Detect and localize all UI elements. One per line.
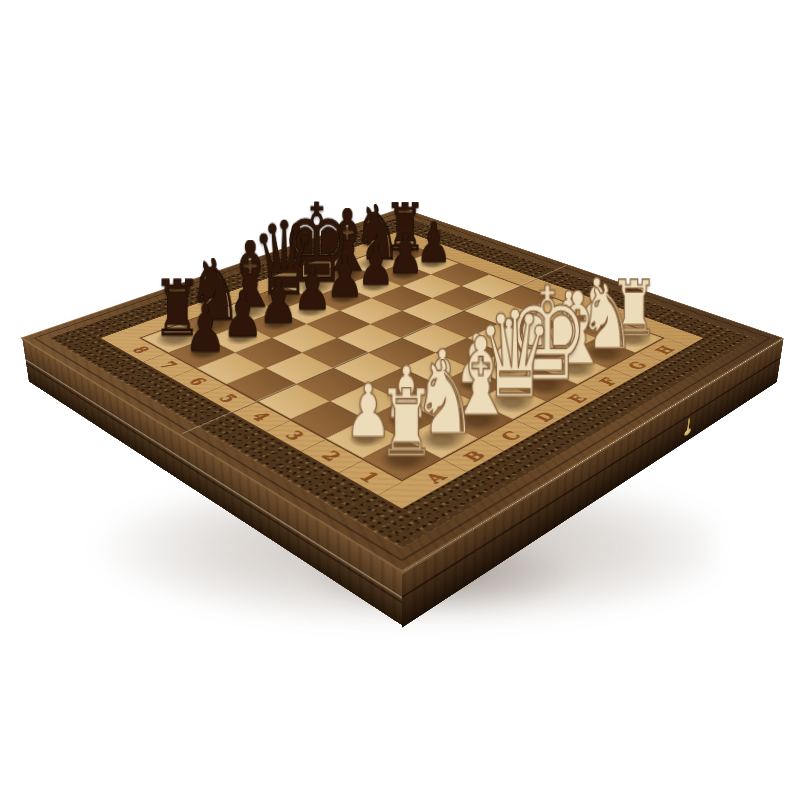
- piece-white-rook-a1[interactable]: ♜: [350, 387, 464, 461]
- latch-pin: [687, 418, 690, 432]
- piece-black-pawn-a7[interactable]: ♟: [157, 302, 254, 354]
- product-photo-scene: 87654321 ABCDEFGH ♜♞♝♛♚♝♞♜♟♟♟♟♟♟♟♟♟♟♟♟♟♟…: [0, 0, 800, 800]
